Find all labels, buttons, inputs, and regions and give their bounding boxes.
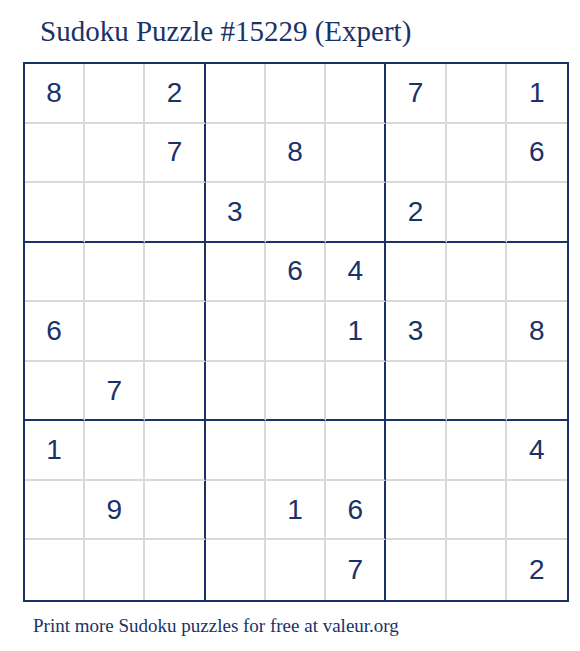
cell-r7c7[interactable] bbox=[386, 421, 446, 481]
given-digit: 8 bbox=[46, 77, 62, 109]
cell-r1c7[interactable]: 7 bbox=[386, 64, 446, 124]
cell-r6c4[interactable] bbox=[206, 362, 266, 422]
cell-r6c5[interactable] bbox=[266, 362, 326, 422]
cell-r1c8[interactable] bbox=[447, 64, 507, 124]
given-digit: 2 bbox=[167, 77, 183, 109]
cell-r7c8[interactable] bbox=[447, 421, 507, 481]
cell-r9c8[interactable] bbox=[447, 540, 507, 600]
cell-r9c1[interactable] bbox=[25, 540, 85, 600]
cell-r8c6[interactable]: 6 bbox=[326, 481, 386, 541]
cell-r7c6[interactable] bbox=[326, 421, 386, 481]
cell-r5c9[interactable]: 8 bbox=[507, 302, 567, 362]
cell-r2c3[interactable]: 7 bbox=[145, 124, 205, 184]
cell-r2c2[interactable] bbox=[85, 124, 145, 184]
given-digit: 6 bbox=[46, 315, 62, 347]
cell-r3c2[interactable] bbox=[85, 183, 145, 243]
given-digit: 1 bbox=[529, 77, 545, 109]
cell-r7c1[interactable]: 1 bbox=[25, 421, 85, 481]
cell-r9c2[interactable] bbox=[85, 540, 145, 600]
given-digit: 3 bbox=[408, 315, 424, 347]
cell-r7c5[interactable] bbox=[266, 421, 326, 481]
cell-r9c3[interactable] bbox=[145, 540, 205, 600]
given-digit: 6 bbox=[347, 494, 363, 526]
cell-r4c4[interactable] bbox=[206, 243, 266, 303]
cell-r4c7[interactable] bbox=[386, 243, 446, 303]
cell-r9c6[interactable]: 7 bbox=[326, 540, 386, 600]
given-digit: 2 bbox=[408, 196, 424, 228]
cell-r7c3[interactable] bbox=[145, 421, 205, 481]
cell-r2c1[interactable] bbox=[25, 124, 85, 184]
given-digit: 8 bbox=[529, 315, 545, 347]
cell-r3c9[interactable] bbox=[507, 183, 567, 243]
cell-r8c2[interactable]: 9 bbox=[85, 481, 145, 541]
given-digit: 4 bbox=[347, 255, 363, 287]
given-digit: 3 bbox=[227, 196, 243, 228]
cell-r6c7[interactable] bbox=[386, 362, 446, 422]
cell-r7c2[interactable] bbox=[85, 421, 145, 481]
cell-r6c8[interactable] bbox=[447, 362, 507, 422]
cell-r1c4[interactable] bbox=[206, 64, 266, 124]
cell-r1c2[interactable] bbox=[85, 64, 145, 124]
cell-r9c7[interactable] bbox=[386, 540, 446, 600]
given-digit: 7 bbox=[408, 77, 424, 109]
given-digit: 2 bbox=[529, 554, 545, 586]
cell-r9c5[interactable] bbox=[266, 540, 326, 600]
cell-r7c9[interactable]: 4 bbox=[507, 421, 567, 481]
cell-r9c9[interactable]: 2 bbox=[507, 540, 567, 600]
cell-r7c4[interactable] bbox=[206, 421, 266, 481]
cell-r1c3[interactable]: 2 bbox=[145, 64, 205, 124]
cell-r6c1[interactable] bbox=[25, 362, 85, 422]
cell-r4c3[interactable] bbox=[145, 243, 205, 303]
cell-r1c6[interactable] bbox=[326, 64, 386, 124]
given-digit: 8 bbox=[287, 136, 303, 168]
cell-r4c8[interactable] bbox=[447, 243, 507, 303]
cell-r5c1[interactable]: 6 bbox=[25, 302, 85, 362]
given-digit: 6 bbox=[529, 136, 545, 168]
cell-r3c7[interactable]: 2 bbox=[386, 183, 446, 243]
cell-r5c2[interactable] bbox=[85, 302, 145, 362]
sudoku-board: 82717863264613871491672 bbox=[23, 62, 569, 602]
cell-r3c4[interactable]: 3 bbox=[206, 183, 266, 243]
cell-r5c7[interactable]: 3 bbox=[386, 302, 446, 362]
cell-r8c7[interactable] bbox=[386, 481, 446, 541]
cell-r6c9[interactable] bbox=[507, 362, 567, 422]
cell-r3c8[interactable] bbox=[447, 183, 507, 243]
cell-r6c6[interactable] bbox=[326, 362, 386, 422]
cell-r3c1[interactable] bbox=[25, 183, 85, 243]
cell-r4c6[interactable]: 4 bbox=[326, 243, 386, 303]
cell-r5c3[interactable] bbox=[145, 302, 205, 362]
given-digit: 1 bbox=[46, 434, 62, 466]
footer-text: Print more Sudoku puzzles for free at va… bbox=[33, 614, 399, 638]
cell-r9c4[interactable] bbox=[206, 540, 266, 600]
cell-r8c8[interactable] bbox=[447, 481, 507, 541]
given-digit: 6 bbox=[287, 255, 303, 287]
page-title: Sudoku Puzzle #15229 (Expert) bbox=[40, 13, 411, 49]
cell-r8c4[interactable] bbox=[206, 481, 266, 541]
given-digit: 7 bbox=[347, 554, 363, 586]
cell-r3c3[interactable] bbox=[145, 183, 205, 243]
cell-r5c8[interactable] bbox=[447, 302, 507, 362]
cell-r5c6[interactable]: 1 bbox=[326, 302, 386, 362]
given-digit: 1 bbox=[347, 315, 363, 347]
cell-r6c2[interactable]: 7 bbox=[85, 362, 145, 422]
cell-r3c5[interactable] bbox=[266, 183, 326, 243]
cell-r4c2[interactable] bbox=[85, 243, 145, 303]
given-digit: 4 bbox=[529, 434, 545, 466]
cell-r4c1[interactable] bbox=[25, 243, 85, 303]
cell-r1c1[interactable]: 8 bbox=[25, 64, 85, 124]
cell-r6c3[interactable] bbox=[145, 362, 205, 422]
cell-r2c7[interactable] bbox=[386, 124, 446, 184]
cell-r2c9[interactable]: 6 bbox=[507, 124, 567, 184]
cell-r3c6[interactable] bbox=[326, 183, 386, 243]
cell-r5c5[interactable] bbox=[266, 302, 326, 362]
cell-r2c5[interactable]: 8 bbox=[266, 124, 326, 184]
cell-r1c9[interactable]: 1 bbox=[507, 64, 567, 124]
cell-r4c5[interactable]: 6 bbox=[266, 243, 326, 303]
cell-r2c8[interactable] bbox=[447, 124, 507, 184]
cell-r5c4[interactable] bbox=[206, 302, 266, 362]
cell-r1c5[interactable] bbox=[266, 64, 326, 124]
given-digit: 9 bbox=[107, 494, 123, 526]
cell-r8c1[interactable] bbox=[25, 481, 85, 541]
cell-r4c9[interactable] bbox=[507, 243, 567, 303]
cell-r8c3[interactable] bbox=[145, 481, 205, 541]
cell-r8c9[interactable] bbox=[507, 481, 567, 541]
cell-r2c4[interactable] bbox=[206, 124, 266, 184]
cell-r8c5[interactable]: 1 bbox=[266, 481, 326, 541]
cell-r2c6[interactable] bbox=[326, 124, 386, 184]
given-digit: 7 bbox=[167, 136, 183, 168]
given-digit: 7 bbox=[107, 375, 123, 407]
given-digit: 1 bbox=[287, 494, 303, 526]
